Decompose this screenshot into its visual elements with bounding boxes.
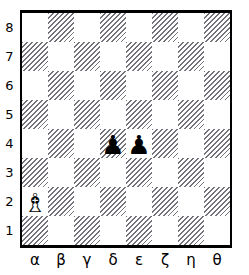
rank-label-2: 2	[0, 187, 19, 216]
square-d8[interactable]	[100, 13, 126, 42]
rank-label-6: 6	[0, 71, 19, 100]
square-b4[interactable]	[48, 129, 74, 158]
square-e7[interactable]	[126, 42, 152, 71]
file-label-8: θ	[204, 249, 230, 271]
rank-label-3: 3	[0, 158, 19, 187]
square-d6[interactable]	[100, 71, 126, 100]
square-a8[interactable]	[22, 13, 48, 42]
square-b5[interactable]	[48, 100, 74, 129]
square-h5[interactable]	[204, 100, 230, 129]
square-b8[interactable]	[48, 13, 74, 42]
rank-label-8: 8	[0, 13, 19, 42]
file-labels: αβγδεζηθ	[22, 249, 230, 271]
square-d2[interactable]	[100, 187, 126, 216]
square-f7[interactable]	[152, 42, 178, 71]
square-c1[interactable]	[74, 216, 100, 245]
black-pawn: ♟	[127, 132, 150, 158]
square-f6[interactable]	[152, 71, 178, 100]
square-h2[interactable]	[204, 187, 230, 216]
square-c5[interactable]	[74, 100, 100, 129]
square-a5[interactable]	[22, 100, 48, 129]
square-e4[interactable]: ♟	[126, 129, 152, 158]
file-label-5: ε	[126, 249, 152, 271]
file-label-1: α	[22, 249, 48, 271]
square-a2[interactable]: ♗	[22, 187, 48, 216]
square-e1[interactable]	[126, 216, 152, 245]
square-h8[interactable]	[204, 13, 230, 42]
chess-diagram: 87654321 ♟♟♗ αβγδεζηθ	[0, 0, 249, 275]
square-b6[interactable]	[48, 71, 74, 100]
square-c2[interactable]	[74, 187, 100, 216]
square-f1[interactable]	[152, 216, 178, 245]
square-h4[interactable]	[204, 129, 230, 158]
file-label-4: δ	[100, 249, 126, 271]
square-b7[interactable]	[48, 42, 74, 71]
square-d3[interactable]	[100, 158, 126, 187]
square-f3[interactable]	[152, 158, 178, 187]
chess-board: ♟♟♗	[20, 10, 232, 248]
square-a3[interactable]	[22, 158, 48, 187]
square-c6[interactable]	[74, 71, 100, 100]
white-bishop: ♗	[23, 190, 46, 216]
square-c3[interactable]	[74, 158, 100, 187]
rank-label-5: 5	[0, 100, 19, 129]
square-g2[interactable]	[178, 187, 204, 216]
square-c7[interactable]	[74, 42, 100, 71]
square-a4[interactable]	[22, 129, 48, 158]
square-a6[interactable]	[22, 71, 48, 100]
square-d4[interactable]: ♟	[100, 129, 126, 158]
square-b2[interactable]	[48, 187, 74, 216]
square-e2[interactable]	[126, 187, 152, 216]
square-g7[interactable]	[178, 42, 204, 71]
rank-label-4: 4	[0, 129, 19, 158]
square-d5[interactable]	[100, 100, 126, 129]
square-g1[interactable]	[178, 216, 204, 245]
square-f2[interactable]	[152, 187, 178, 216]
square-g3[interactable]	[178, 158, 204, 187]
square-g4[interactable]	[178, 129, 204, 158]
square-d1[interactable]	[100, 216, 126, 245]
square-h3[interactable]	[204, 158, 230, 187]
file-label-7: η	[178, 249, 204, 271]
square-a1[interactable]	[22, 216, 48, 245]
square-e8[interactable]	[126, 13, 152, 42]
square-b3[interactable]	[48, 158, 74, 187]
rank-label-1: 1	[0, 216, 19, 245]
square-e6[interactable]	[126, 71, 152, 100]
file-label-6: ζ	[152, 249, 178, 271]
square-e3[interactable]	[126, 158, 152, 187]
square-b1[interactable]	[48, 216, 74, 245]
file-label-2: β	[48, 249, 74, 271]
square-d7[interactable]	[100, 42, 126, 71]
square-g8[interactable]	[178, 13, 204, 42]
rank-labels: 87654321	[0, 13, 19, 245]
square-e5[interactable]	[126, 100, 152, 129]
square-c8[interactable]	[74, 13, 100, 42]
square-f4[interactable]	[152, 129, 178, 158]
square-h7[interactable]	[204, 42, 230, 71]
square-g5[interactable]	[178, 100, 204, 129]
square-g6[interactable]	[178, 71, 204, 100]
square-c4[interactable]	[74, 129, 100, 158]
square-h1[interactable]	[204, 216, 230, 245]
square-a7[interactable]	[22, 42, 48, 71]
square-f8[interactable]	[152, 13, 178, 42]
square-h6[interactable]	[204, 71, 230, 100]
square-f5[interactable]	[152, 100, 178, 129]
rank-label-7: 7	[0, 42, 19, 71]
file-label-3: γ	[74, 249, 100, 271]
black-pawn: ♟	[101, 132, 124, 158]
